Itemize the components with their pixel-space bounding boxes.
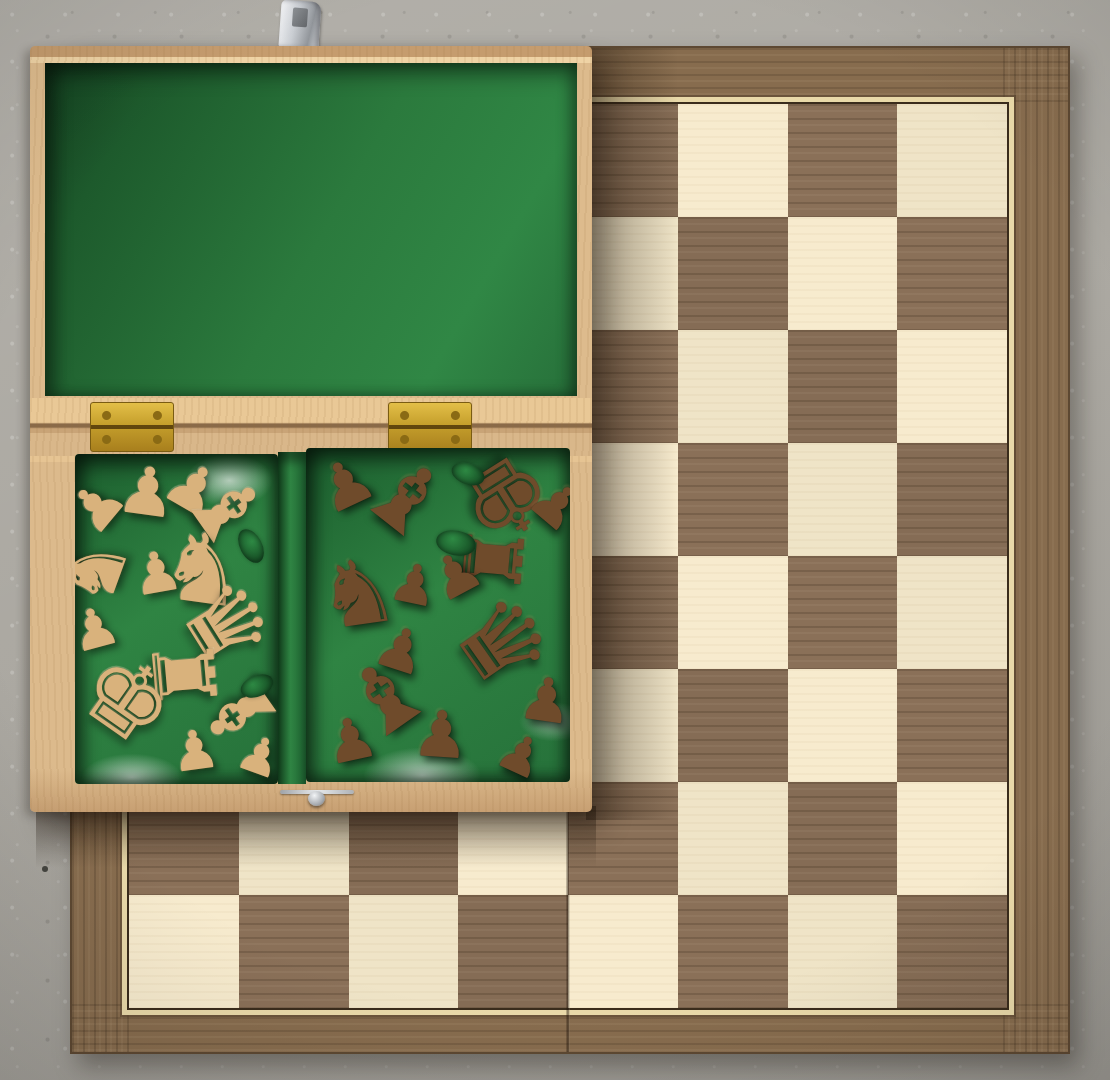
compartment-dark-pieces: ♟♝♚♟♜♟♞♟♛♟♝♟♟♟♟ <box>306 448 570 782</box>
compartment-light-pieces: ♟♟♟♝♞♟♞♟♛♜♚♝♟♟ <box>75 454 278 784</box>
chess-box: ♟♟♟♝♞♟♞♟♛♜♚♝♟♟ ♟♝♚♟♜♟♞♟♛♟♝♟♟♟♟ <box>30 46 592 812</box>
board-square <box>897 669 1007 782</box>
chess-piece-pawn-dark: ♟ <box>410 701 472 769</box>
board-square <box>788 669 898 782</box>
compartment-divider <box>278 452 306 784</box>
board-square <box>897 895 1007 1008</box>
board-square <box>568 895 678 1008</box>
board-frame-bottom <box>72 1004 1068 1052</box>
board-square <box>678 443 788 556</box>
board-square <box>897 330 1007 443</box>
board-square <box>788 330 898 443</box>
catch-dome <box>308 791 325 806</box>
light-pieces-layer: ♟♟♟♝♞♟♞♟♛♜♚♝♟♟ <box>75 454 278 784</box>
board-square <box>678 782 788 895</box>
brass-hinge-left <box>90 402 174 452</box>
board-square <box>897 782 1007 895</box>
board-square <box>678 669 788 782</box>
box-catch <box>280 790 354 810</box>
board-square <box>788 443 898 556</box>
board-square <box>788 556 898 669</box>
board-square <box>788 895 898 1008</box>
board-square <box>678 217 788 330</box>
board-frame-right <box>1003 48 1068 1052</box>
box-clasp <box>278 0 321 49</box>
board-square <box>678 556 788 669</box>
photo-scene: ♟♟♟♝♞♟♞♟♛♜♚♝♟♟ ♟♝♚♟♜♟♞♟♛♟♝♟♟♟♟ <box>0 0 1110 1080</box>
board-square <box>897 556 1007 669</box>
board-square <box>788 217 898 330</box>
lid-felt-lining <box>45 63 577 396</box>
board-square <box>897 443 1007 556</box>
board-square <box>897 217 1007 330</box>
board-square <box>239 895 349 1008</box>
clasp-hole <box>292 7 308 27</box>
board-square <box>678 104 788 217</box>
chess-piece-pawn-dark: ♟ <box>385 554 444 617</box>
dark-pieces-layer: ♟♝♚♟♜♟♞♟♛♟♝♟♟♟♟ <box>306 448 570 782</box>
floor-speck <box>42 866 48 872</box>
board-square <box>788 782 898 895</box>
chess-piece-pawn-light: ♟ <box>167 721 222 781</box>
board-square <box>897 104 1007 217</box>
brass-hinge-right <box>388 402 472 452</box>
board-square <box>129 895 239 1008</box>
board-square <box>349 895 459 1008</box>
board-square <box>458 895 568 1008</box>
box-lid <box>30 46 592 398</box>
board-square <box>678 895 788 1008</box>
board-square <box>788 104 898 217</box>
board-square <box>678 330 788 443</box>
